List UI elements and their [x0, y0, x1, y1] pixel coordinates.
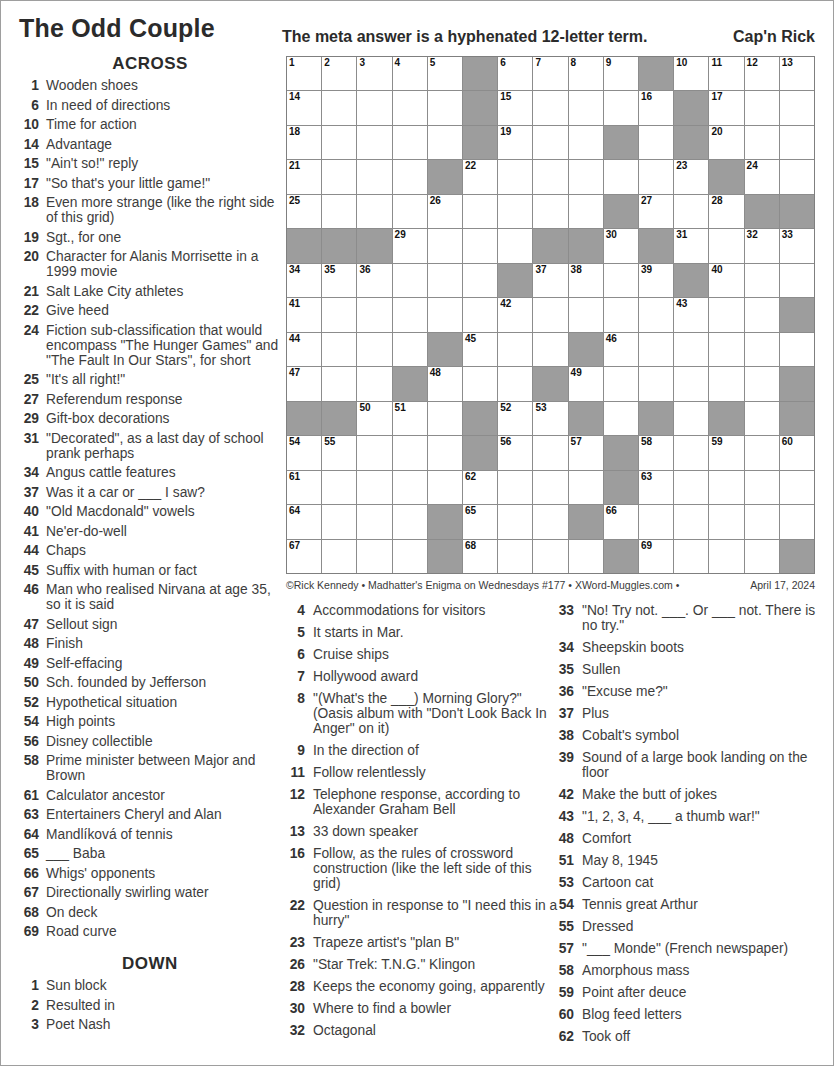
cell-number: 29: [395, 230, 406, 240]
clue-text: Gift-box decorations: [46, 411, 283, 426]
grid-cell[interactable]: [745, 91, 779, 124]
grid-cell[interactable]: 57: [569, 436, 603, 469]
grid-cell[interactable]: 23: [674, 160, 708, 193]
clue-number: 67: [17, 885, 39, 900]
clue-item: 64Mandlíková of tennis: [17, 827, 283, 842]
grid-cell[interactable]: [322, 91, 356, 124]
grid-cell[interactable]: [745, 436, 779, 469]
grid-cell[interactable]: 3: [357, 57, 391, 90]
grid-cell[interactable]: [463, 264, 497, 297]
clue-text: Hollywood award: [313, 669, 561, 684]
grid-cell[interactable]: 65: [463, 505, 497, 538]
clue-item: 23Trapeze artist's "plan B": [285, 935, 561, 950]
grid-cell[interactable]: 30: [604, 229, 638, 262]
grid-cell[interactable]: 37: [533, 264, 567, 297]
grid-cell[interactable]: [709, 471, 743, 504]
clue-item: 20Character for Alanis Morrisette in a 1…: [17, 249, 283, 279]
cell-number: 10: [676, 58, 687, 68]
grid-cell[interactable]: 27: [639, 195, 673, 228]
grid-cell[interactable]: [674, 436, 708, 469]
grid-cell[interactable]: [709, 333, 743, 366]
clue-number: 43: [553, 809, 574, 824]
grid-cell[interactable]: [745, 505, 779, 538]
grid-cell[interactable]: [357, 471, 391, 504]
clue-item: 2Resulted in: [17, 998, 283, 1013]
clue-number: 2: [17, 998, 39, 1013]
clue-number: 68: [17, 905, 39, 920]
clue-text: Chaps: [46, 543, 283, 558]
grid-cell[interactable]: [604, 298, 638, 331]
credit-text: ©Rick Kennedy • Madhatter's Enigma on We…: [286, 579, 679, 591]
grid-cell[interactable]: [463, 367, 497, 400]
grid-cell[interactable]: [604, 160, 638, 193]
grid-cell[interactable]: [393, 333, 427, 366]
grid-cell[interactable]: [463, 195, 497, 228]
black-cell: [287, 229, 321, 262]
clue-number: 36: [553, 684, 574, 699]
clue-number: 3: [17, 1017, 39, 1032]
grid-cell[interactable]: [780, 126, 814, 159]
grid-cell[interactable]: 11: [709, 57, 743, 90]
grid-cell[interactable]: [674, 402, 708, 435]
cell-number: 47: [289, 368, 300, 378]
grid-cell[interactable]: [709, 540, 743, 573]
cell-number: 42: [500, 299, 511, 309]
grid-cell[interactable]: [533, 160, 567, 193]
grid-cell[interactable]: 54: [287, 436, 321, 469]
grid-cell[interactable]: 47: [287, 367, 321, 400]
meta-answer-note: The meta answer is a hyphenated 12-lette…: [282, 28, 647, 46]
grid-cell[interactable]: [498, 367, 532, 400]
clue-number: 59: [553, 985, 574, 1000]
grid-cell[interactable]: 9: [604, 57, 638, 90]
down-clue-list-middle: 4Accommodations for visitors5It starts i…: [285, 603, 561, 1038]
grid-cell[interactable]: 56: [498, 436, 532, 469]
cell-number: 56: [500, 437, 511, 447]
grid-cell[interactable]: [674, 333, 708, 366]
grid-cell[interactable]: [322, 298, 356, 331]
grid-cell[interactable]: 1: [287, 57, 321, 90]
clue-text: Prime minister between Major and Brown: [46, 753, 283, 783]
grid-cell[interactable]: 5: [428, 57, 462, 90]
grid-cell[interactable]: [709, 505, 743, 538]
cell-number: 38: [571, 265, 582, 275]
clue-text: "___ Monde" (French newspaper): [582, 941, 833, 956]
clue-number: 56: [17, 734, 39, 749]
grid-cell[interactable]: [569, 540, 603, 573]
across-clue-list: 1Wooden shoes6In need of directions10Tim…: [17, 78, 283, 939]
grid-cell[interactable]: [533, 471, 567, 504]
grid-cell[interactable]: 40: [709, 264, 743, 297]
grid-cell[interactable]: [674, 471, 708, 504]
black-cell: [533, 229, 567, 262]
grid-cell[interactable]: [639, 298, 673, 331]
grid-cell[interactable]: 4: [393, 57, 427, 90]
grid-cell[interactable]: 32: [745, 229, 779, 262]
grid-cell[interactable]: [428, 126, 462, 159]
clue-text: Keeps the economy going, apparently: [313, 979, 561, 994]
grid-cell[interactable]: [745, 367, 779, 400]
grid-cell[interactable]: 34: [287, 264, 321, 297]
grid-cell[interactable]: 10: [674, 57, 708, 90]
grid-cell[interactable]: 7: [533, 57, 567, 90]
grid-cell[interactable]: [533, 195, 567, 228]
cell-number: 60: [782, 437, 793, 447]
cell-number: 51: [395, 403, 406, 413]
black-cell: [780, 367, 814, 400]
grid-cell[interactable]: [709, 298, 743, 331]
grid-cell[interactable]: [709, 367, 743, 400]
grid-cell[interactable]: [533, 505, 567, 538]
grid-cell[interactable]: [533, 91, 567, 124]
clue-number: 30: [285, 1001, 305, 1016]
grid-cell[interactable]: 16: [639, 91, 673, 124]
grid-cell[interactable]: 48: [428, 367, 462, 400]
grid-cell[interactable]: [533, 333, 567, 366]
grid-cell[interactable]: 22: [463, 160, 497, 193]
grid-cell[interactable]: 43: [674, 298, 708, 331]
grid-cell[interactable]: [780, 471, 814, 504]
clue-number: 40: [17, 504, 39, 519]
clue-text: Make the butt of jokes: [582, 787, 833, 802]
grid-cell[interactable]: [604, 367, 638, 400]
clue-text: High points: [46, 714, 283, 729]
clue-text: Trapeze artist's "plan B": [313, 935, 561, 950]
grid-cell[interactable]: [569, 91, 603, 124]
grid-cell[interactable]: [357, 505, 391, 538]
grid-cell[interactable]: [780, 91, 814, 124]
grid-cell[interactable]: 61: [287, 471, 321, 504]
cell-number: 25: [289, 196, 300, 206]
grid-cell[interactable]: 64: [287, 505, 321, 538]
grid-cell[interactable]: [393, 540, 427, 573]
grid-cell[interactable]: [498, 229, 532, 262]
clue-item: 68On deck: [17, 905, 283, 920]
grid-cell[interactable]: [674, 540, 708, 573]
grid-cell[interactable]: 59: [709, 436, 743, 469]
grid-cell[interactable]: [533, 298, 567, 331]
grid-cell[interactable]: [498, 195, 532, 228]
clue-text: Man who realised Nirvana at age 35, so i…: [46, 582, 283, 612]
clue-number: 48: [17, 636, 39, 651]
grid-cell[interactable]: 50: [357, 402, 391, 435]
grid-cell[interactable]: 28: [709, 195, 743, 228]
grid-cell[interactable]: [428, 229, 462, 262]
grid-cell[interactable]: 66: [604, 505, 638, 538]
clue-text: Accommodations for visitors: [313, 603, 561, 618]
clue-number: 6: [17, 98, 39, 113]
grid-cell[interactable]: [428, 436, 462, 469]
down-clue-list-right: 33"No! Try not. ___. Or ___ not. There i…: [553, 603, 833, 1044]
black-cell: [498, 264, 532, 297]
grid-cell[interactable]: [357, 126, 391, 159]
grid-cell[interactable]: [393, 160, 427, 193]
credit-date: April 17, 2024: [750, 579, 815, 591]
clue-item: 10Time for action: [17, 117, 283, 132]
grid-cell[interactable]: 49: [569, 367, 603, 400]
clue-number: 49: [17, 656, 39, 671]
grid-cell[interactable]: 12: [745, 57, 779, 90]
grid-cell[interactable]: [357, 160, 391, 193]
clue-number: 51: [553, 853, 574, 868]
grid-cell[interactable]: [674, 195, 708, 228]
clue-number: 63: [17, 807, 39, 822]
clue-number: 46: [17, 582, 39, 612]
grid-cell[interactable]: 60: [780, 436, 814, 469]
cell-number: 34: [289, 265, 300, 275]
grid-cell[interactable]: 68: [463, 540, 497, 573]
clue-item: 53Cartoon cat: [553, 875, 833, 890]
grid-cell[interactable]: [322, 505, 356, 538]
clue-text: Sgt., for one: [46, 230, 283, 245]
grid-cell[interactable]: [533, 540, 567, 573]
grid-cell[interactable]: 13: [780, 57, 814, 90]
clue-text: Time for action: [46, 117, 283, 132]
clue-item: 7Hollywood award: [285, 669, 561, 684]
clue-number: 41: [17, 524, 39, 539]
cell-number: 30: [606, 230, 617, 240]
clue-number: 14: [17, 137, 39, 152]
clue-item: 24Fiction sub-classification that would …: [17, 323, 283, 368]
grid-cell[interactable]: 25: [287, 195, 321, 228]
grid-cell[interactable]: [604, 91, 638, 124]
grid-cell[interactable]: [639, 126, 673, 159]
clue-item: 1Sun block: [17, 978, 283, 993]
black-cell: [604, 126, 638, 159]
grid-cell[interactable]: 21: [287, 160, 321, 193]
grid-cell[interactable]: [357, 367, 391, 400]
grid-cell[interactable]: [322, 160, 356, 193]
grid-cell[interactable]: 52: [498, 402, 532, 435]
clue-number: 22: [285, 898, 305, 928]
grid-cell[interactable]: [357, 540, 391, 573]
black-cell: [674, 91, 708, 124]
grid-cell[interactable]: 38: [569, 264, 603, 297]
cell-number: 18: [289, 127, 300, 137]
black-cell: [674, 264, 708, 297]
grid-cell[interactable]: [357, 298, 391, 331]
clue-text: "1, 2, 3, 4, ___ a thumb war!": [582, 809, 833, 824]
grid-cell[interactable]: 20: [709, 126, 743, 159]
grid-cell[interactable]: [745, 471, 779, 504]
grid-cell[interactable]: [357, 91, 391, 124]
grid-cell[interactable]: [393, 195, 427, 228]
grid-cell[interactable]: 69: [639, 540, 673, 573]
clue-text: Comfort: [582, 831, 833, 846]
grid-cell[interactable]: 46: [604, 333, 638, 366]
grid-cell[interactable]: [357, 333, 391, 366]
clue-text: Self-effacing: [46, 656, 283, 671]
grid-cell[interactable]: [322, 195, 356, 228]
clue-item: 60Blog feed letters: [553, 1007, 833, 1022]
grid-cell[interactable]: [428, 91, 462, 124]
grid-cell[interactable]: [780, 264, 814, 297]
grid-cell[interactable]: [393, 505, 427, 538]
grid-cell[interactable]: [709, 229, 743, 262]
grid-cell[interactable]: [428, 264, 462, 297]
clue-item: 44Chaps: [17, 543, 283, 558]
grid-cell[interactable]: 18: [287, 126, 321, 159]
grid-cell[interactable]: 45: [463, 333, 497, 366]
grid-cell[interactable]: 44: [287, 333, 321, 366]
grid-cell[interactable]: [569, 471, 603, 504]
clue-number: 62: [553, 1029, 574, 1044]
grid-cell[interactable]: [639, 505, 673, 538]
clue-text: "Old Macdonald" vowels: [46, 504, 283, 519]
grid-cell[interactable]: [322, 540, 356, 573]
grid-cell[interactable]: [322, 367, 356, 400]
clue-text: Sullen: [582, 662, 833, 677]
grid-cell[interactable]: [498, 505, 532, 538]
clue-number: 37: [553, 706, 574, 721]
grid-cell[interactable]: [357, 195, 391, 228]
grid-cell[interactable]: [498, 471, 532, 504]
clue-text: Referendum response: [46, 392, 283, 407]
clue-text: Suffix with human or fact: [46, 563, 283, 578]
grid-cell[interactable]: [533, 436, 567, 469]
grid-cell[interactable]: 24: [745, 160, 779, 193]
grid-cell[interactable]: 67: [287, 540, 321, 573]
clue-item: 32Octagonal: [285, 1023, 561, 1038]
cell-number: 64: [289, 506, 300, 516]
grid-cell[interactable]: 15: [498, 91, 532, 124]
black-cell: [780, 298, 814, 331]
grid-cell[interactable]: [357, 436, 391, 469]
grid-cell[interactable]: 8: [569, 57, 603, 90]
grid-cell[interactable]: [463, 229, 497, 262]
clue-number: 37: [17, 485, 39, 500]
black-cell: [463, 436, 497, 469]
grid-cell[interactable]: 19: [498, 126, 532, 159]
cell-number: 68: [465, 541, 476, 551]
cell-number: 63: [641, 472, 652, 482]
clue-number: 42: [553, 787, 574, 802]
grid-cell[interactable]: [393, 471, 427, 504]
grid-cell[interactable]: 63: [639, 471, 673, 504]
grid-cell[interactable]: [604, 402, 638, 435]
clue-item: 52Hypothetical situation: [17, 695, 283, 710]
grid-cell[interactable]: 39: [639, 264, 673, 297]
grid-cell[interactable]: [428, 298, 462, 331]
grid-cell[interactable]: 36: [357, 264, 391, 297]
grid-cell[interactable]: [428, 471, 462, 504]
grid-cell[interactable]: [569, 195, 603, 228]
grid-cell[interactable]: [745, 540, 779, 573]
grid-cell[interactable]: [533, 126, 567, 159]
clue-item: 65___ Baba: [17, 846, 283, 861]
clue-number: 5: [285, 625, 305, 640]
grid-cell[interactable]: [322, 333, 356, 366]
clue-item: 17"So that's your little game!": [17, 176, 283, 191]
grid-cell[interactable]: [393, 436, 427, 469]
grid-cell[interactable]: 35: [322, 264, 356, 297]
grid-cell[interactable]: [498, 540, 532, 573]
black-cell: [780, 195, 814, 228]
black-cell: [604, 436, 638, 469]
clue-text: Wooden shoes: [46, 78, 283, 93]
grid-cell[interactable]: [674, 505, 708, 538]
grid-cell[interactable]: [428, 402, 462, 435]
grid-cell[interactable]: [639, 333, 673, 366]
cell-number: 59: [711, 437, 722, 447]
credit-line: ©Rick Kennedy • Madhatter's Enigma on We…: [286, 579, 815, 591]
grid-cell[interactable]: [639, 367, 673, 400]
grid-cell[interactable]: 53: [533, 402, 567, 435]
clue-text: Was it a car or ___ I saw?: [46, 485, 283, 500]
clue-item: 40"Old Macdonald" vowels: [17, 504, 283, 519]
cell-number: 7: [535, 58, 541, 68]
clue-number: 13: [285, 824, 305, 839]
clue-number: 16: [285, 846, 305, 891]
clue-text: May 8, 1945: [582, 853, 833, 868]
grid-cell[interactable]: 2: [322, 57, 356, 90]
black-cell: [393, 367, 427, 400]
grid-cell[interactable]: [393, 91, 427, 124]
grid-cell[interactable]: [639, 160, 673, 193]
grid-cell[interactable]: [498, 333, 532, 366]
clue-text: Sch. founded by Jefferson: [46, 675, 283, 690]
grid-cell[interactable]: [498, 160, 532, 193]
grid-cell[interactable]: [674, 367, 708, 400]
grid-cell[interactable]: 55: [322, 436, 356, 469]
clue-item: 41Ne'er-do-well: [17, 524, 283, 539]
grid-cell[interactable]: [745, 298, 779, 331]
grid-cell[interactable]: 29: [393, 229, 427, 262]
grid-cell[interactable]: [322, 126, 356, 159]
clue-item: 39Sound of a large book landing on the f…: [553, 750, 833, 780]
grid-cell[interactable]: 17: [709, 91, 743, 124]
grid-cell[interactable]: [745, 126, 779, 159]
clue-item: 1333 down speaker: [285, 824, 561, 839]
grid-cell[interactable]: 26: [428, 195, 462, 228]
grid-cell[interactable]: 58: [639, 436, 673, 469]
clue-text: Where to find a bowler: [313, 1001, 561, 1016]
grid-cell[interactable]: [745, 264, 779, 297]
grid-cell[interactable]: [393, 298, 427, 331]
grid-cell[interactable]: [780, 333, 814, 366]
clue-number: 34: [553, 640, 574, 655]
clue-item: 69Road curve: [17, 924, 283, 939]
grid-cell[interactable]: 31: [674, 229, 708, 262]
black-cell: [428, 160, 462, 193]
cell-number: 9: [606, 58, 612, 68]
grid-cell[interactable]: [604, 264, 638, 297]
grid-cell[interactable]: 6: [498, 57, 532, 90]
grid-cell[interactable]: [322, 471, 356, 504]
clue-text: Follow, as the rules of crossword constr…: [313, 846, 561, 891]
grid-cell[interactable]: [569, 298, 603, 331]
grid-cell[interactable]: 42: [498, 298, 532, 331]
grid-cell[interactable]: 33: [780, 229, 814, 262]
grid-cell[interactable]: [569, 160, 603, 193]
grid-cell[interactable]: [745, 333, 779, 366]
grid-cell[interactable]: 62: [463, 471, 497, 504]
grid-cell[interactable]: 14: [287, 91, 321, 124]
grid-cell[interactable]: [393, 126, 427, 159]
clue-item: 49Self-effacing: [17, 656, 283, 671]
clue-item: 61Calculator ancestor: [17, 788, 283, 803]
clue-text: Disney collectible: [46, 734, 283, 749]
grid-cell[interactable]: [393, 264, 427, 297]
grid-cell[interactable]: 51: [393, 402, 427, 435]
grid-cell[interactable]: 41: [287, 298, 321, 331]
grid-cell[interactable]: [780, 160, 814, 193]
grid-cell[interactable]: [569, 126, 603, 159]
grid-cell[interactable]: [745, 402, 779, 435]
grid-cell[interactable]: [780, 505, 814, 538]
clue-item: 12Telephone response, according to Alexa…: [285, 787, 561, 817]
grid-cell[interactable]: [463, 298, 497, 331]
